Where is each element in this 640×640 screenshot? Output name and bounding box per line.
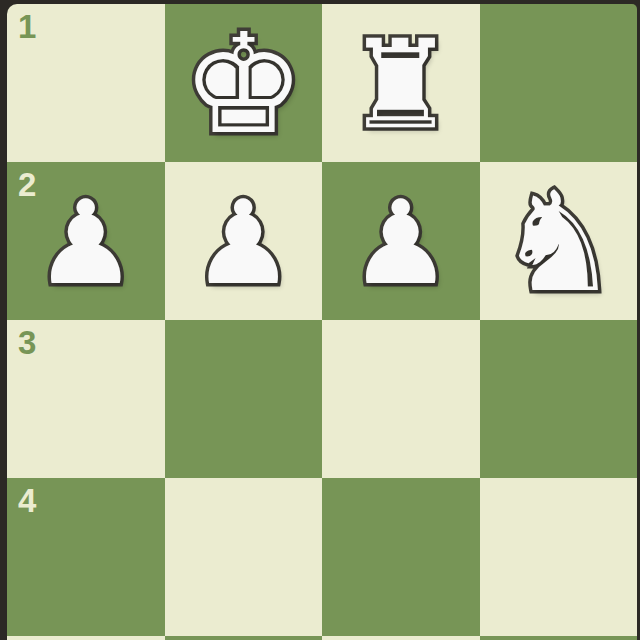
square-g1[interactable]: ♚ bbox=[165, 4, 323, 162]
square-e4[interactable] bbox=[480, 478, 638, 636]
square-g5-sliver bbox=[165, 636, 323, 640]
square-f3[interactable] bbox=[322, 320, 480, 478]
rank-label-1: 1 bbox=[18, 10, 36, 43]
rank-label-3: 3 bbox=[18, 326, 36, 359]
square-e5-sliver bbox=[480, 636, 638, 640]
square-h5-sliver bbox=[7, 636, 165, 640]
white-king[interactable]: ♚ bbox=[181, 16, 305, 154]
square-g4[interactable] bbox=[165, 478, 323, 636]
square-e1[interactable] bbox=[480, 4, 638, 162]
rank-label-4: 4 bbox=[18, 484, 36, 517]
square-f4[interactable] bbox=[322, 478, 480, 636]
white-pawn[interactable]: ♟ bbox=[34, 185, 138, 301]
square-g3[interactable] bbox=[165, 320, 323, 478]
square-e2[interactable]: ♞ bbox=[480, 162, 638, 320]
square-h2[interactable]: 2 ♟ bbox=[7, 162, 165, 320]
square-h3[interactable]: 3 bbox=[7, 320, 165, 478]
square-f1[interactable]: ♜ bbox=[322, 4, 480, 162]
square-h4[interactable]: 4 bbox=[7, 478, 165, 636]
chessboard-screen: 1 ♚ ♜ 2 ♟ ♟ ♟ ♞ 3 4 bbox=[0, 0, 640, 640]
white-pawn[interactable]: ♟ bbox=[349, 185, 453, 301]
white-rook[interactable]: ♜ bbox=[346, 24, 455, 146]
white-pawn[interactable]: ♟ bbox=[191, 185, 295, 301]
square-f5-sliver bbox=[322, 636, 480, 640]
square-h1[interactable]: 1 bbox=[7, 4, 165, 162]
square-f2[interactable]: ♟ bbox=[322, 162, 480, 320]
square-e3[interactable] bbox=[480, 320, 638, 478]
square-g2[interactable]: ♟ bbox=[165, 162, 323, 320]
chess-board: 1 ♚ ♜ 2 ♟ ♟ ♟ ♞ 3 4 bbox=[7, 4, 637, 640]
white-knight[interactable]: ♞ bbox=[496, 174, 620, 312]
